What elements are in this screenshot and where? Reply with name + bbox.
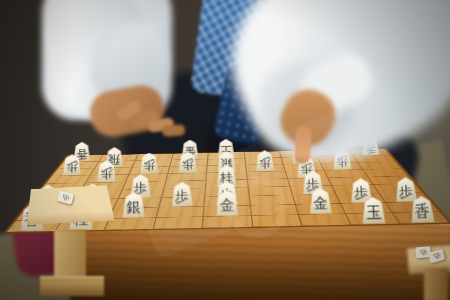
- photo-stage: 香金王香飛龍歩歩歩銀歩歩歩歩桂歩歩歩歩歩歩歩歩銀金金香桂玉香 歩 歩歩: [0, 0, 450, 300]
- captured-piece-glyph: 歩: [419, 248, 428, 257]
- board-cell: [299, 214, 352, 226]
- piece-glyph: 歩: [100, 167, 113, 182]
- captured-piece-tray-right: 歩歩: [415, 245, 450, 266]
- piece-glyph: 歩: [65, 161, 77, 175]
- far-player-finger: [162, 124, 186, 137]
- piece-glyph: 香: [415, 204, 432, 222]
- watermark-ring: [226, 176, 288, 238]
- captured-piece-tray-left: 歩: [58, 192, 88, 208]
- right-komadai-leg: [424, 268, 448, 300]
- piece-glyph: 歩: [143, 159, 155, 173]
- piece-glyph: 歩: [354, 186, 369, 203]
- captured-piece: 歩: [428, 249, 445, 264]
- left-komadai-leg: [54, 230, 86, 282]
- left-komadai-base: [40, 276, 104, 296]
- piece-glyph: 金: [313, 196, 328, 214]
- captured-piece: 歩: [57, 190, 74, 205]
- captured-piece-glyph: 歩: [432, 251, 441, 260]
- board-cell: 香: [393, 212, 450, 224]
- captured-piece-glyph: 歩: [62, 194, 69, 201]
- board-cell: 玉: [346, 213, 401, 225]
- piece-glyph: 歩: [399, 185, 414, 202]
- piece-glyph: 玉: [366, 205, 382, 223]
